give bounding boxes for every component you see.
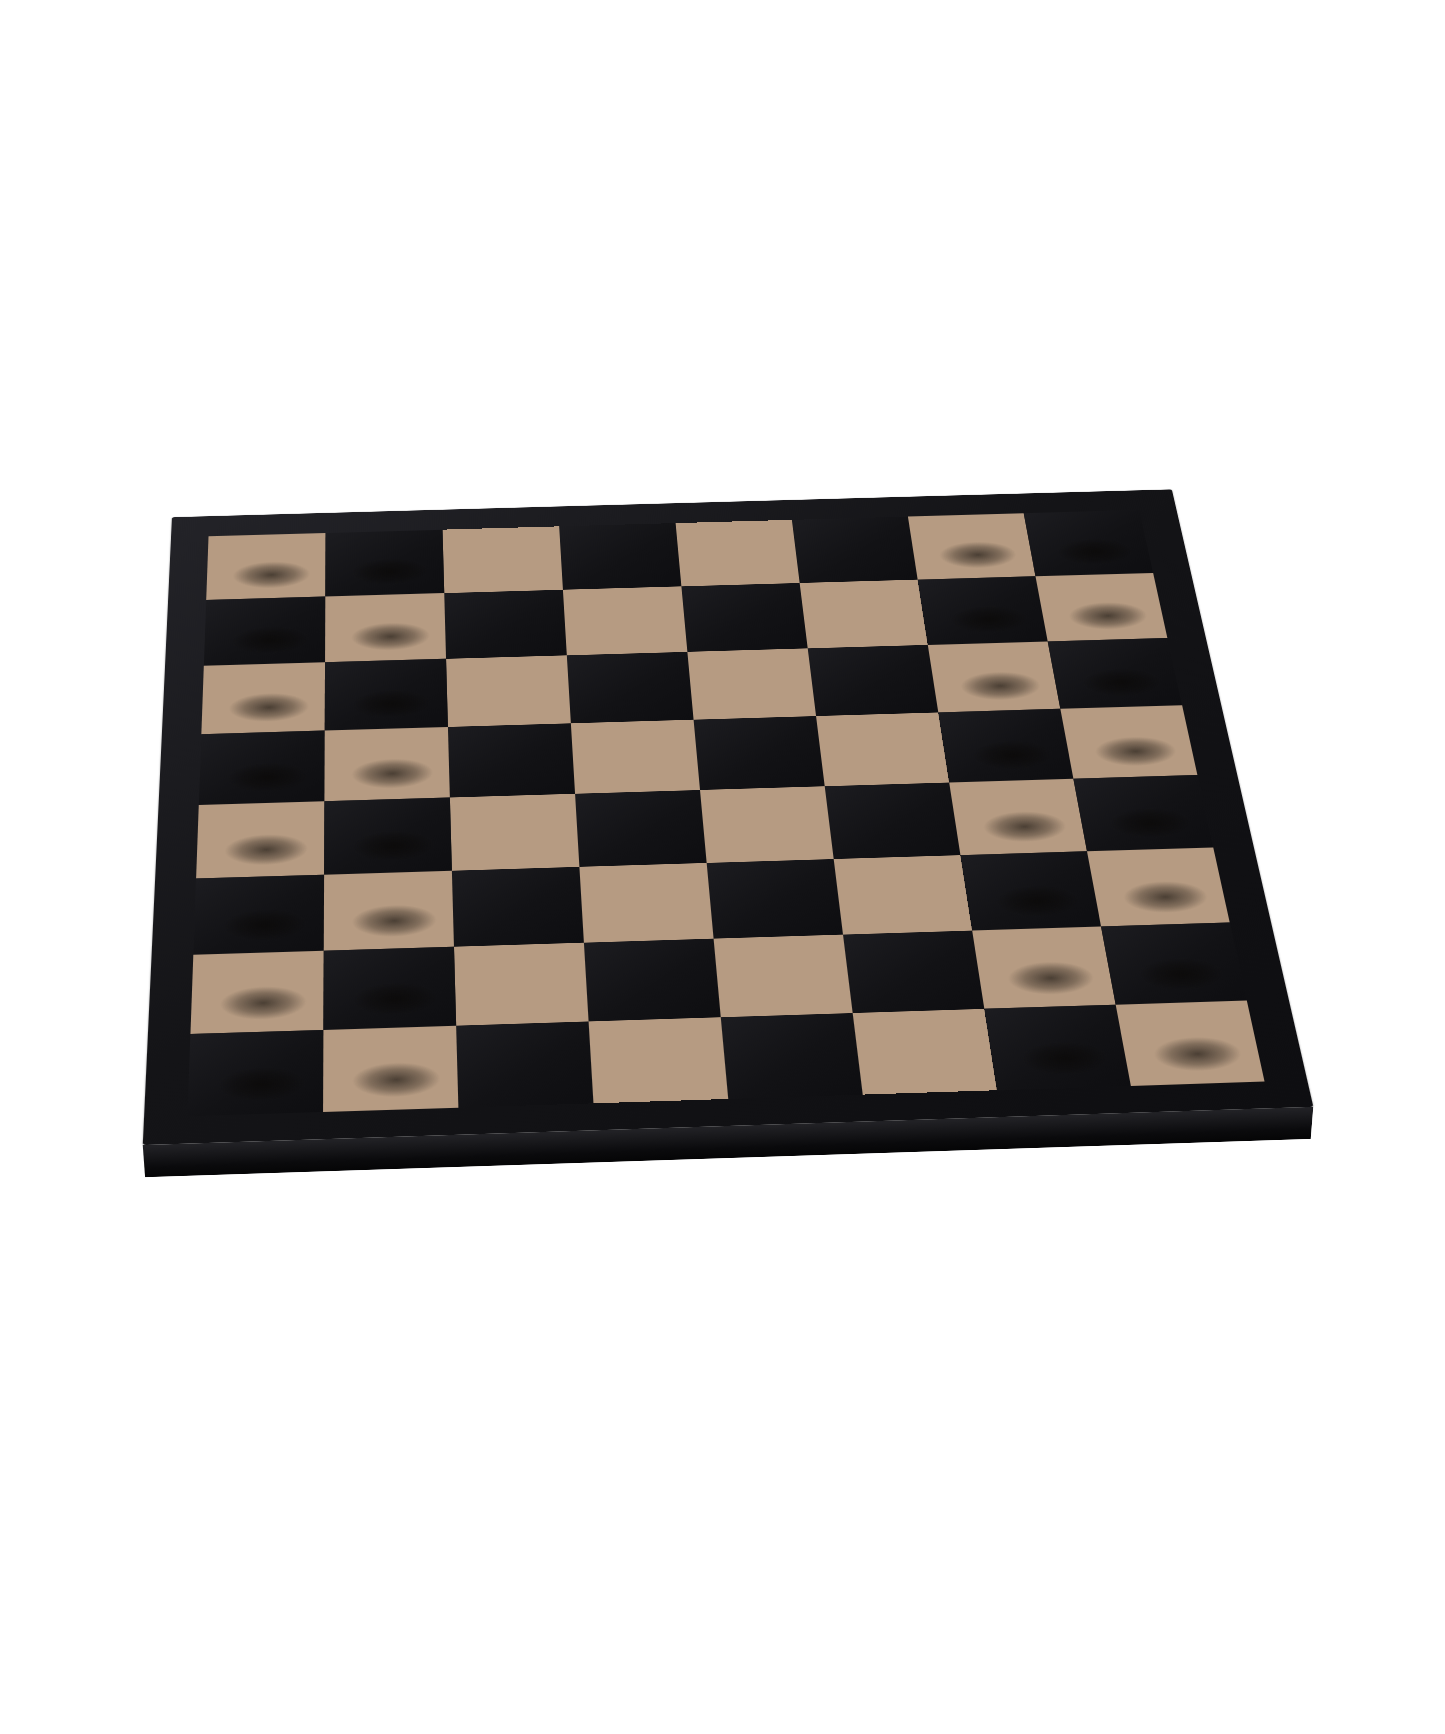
square-h6 xyxy=(792,517,918,583)
square-b5 xyxy=(714,935,853,1018)
square-e4 xyxy=(571,720,700,794)
square-c4 xyxy=(579,863,713,943)
square-d3 xyxy=(450,794,580,871)
square-f5 xyxy=(687,648,816,719)
chess-set-scene: ♜♟♟♜♞♟♟♞♝♟♟♝♚♟♟♚♛♟♟♛♝♟♟♝♞♟♟♞♜♟♟♜ xyxy=(160,250,1240,1330)
square-a5 xyxy=(721,1013,863,1099)
square-d6 xyxy=(825,783,961,860)
board-grid: ♜♟♟♜♞♟♟♞♝♟♟♝♚♟♟♚♛♟♟♛♝♟♟♝♞♟♟♞♜♟♟♜ xyxy=(187,510,1264,1116)
square-b3 xyxy=(454,943,589,1026)
square-h5 xyxy=(676,520,800,587)
square-a2: ♟ xyxy=(323,1026,458,1112)
square-e6 xyxy=(816,712,949,786)
square-b4 xyxy=(584,939,721,1022)
square-c5 xyxy=(707,859,843,939)
square-b6 xyxy=(843,931,984,1013)
product-photo: ♜♟♟♜♞♟♟♞♝♟♟♝♚♟♟♚♛♟♟♛♝♟♟♝♞♟♟♞♜♟♟♜ xyxy=(0,0,1445,1734)
square-g4 xyxy=(563,586,687,655)
board-edge-face xyxy=(143,1107,1314,1178)
square-f6 xyxy=(808,645,939,716)
square-g6 xyxy=(800,580,928,649)
square-a8: ♜ xyxy=(1116,1001,1265,1086)
square-a4 xyxy=(589,1017,729,1103)
square-a3 xyxy=(456,1021,593,1107)
square-a1: ♜ xyxy=(187,1030,323,1117)
square-f3 xyxy=(446,655,571,727)
square-g5 xyxy=(681,583,807,652)
square-e5 xyxy=(694,716,825,790)
square-e3 xyxy=(448,723,575,797)
square-a7: ♟ xyxy=(984,1005,1131,1091)
square-h4 xyxy=(559,523,681,590)
chess-board: ♜♟♟♜♞♟♟♞♝♟♟♝♚♟♟♚♛♟♟♛♝♟♟♝♞♟♟♞♜♟♟♜ xyxy=(143,489,1314,1145)
square-h3 xyxy=(442,526,562,593)
square-c6 xyxy=(834,855,972,934)
square-d5 xyxy=(700,786,834,863)
square-a6 xyxy=(853,1009,997,1095)
square-c3 xyxy=(452,867,584,947)
square-d4 xyxy=(575,790,707,867)
square-g3 xyxy=(444,590,567,659)
square-f4 xyxy=(567,652,694,723)
